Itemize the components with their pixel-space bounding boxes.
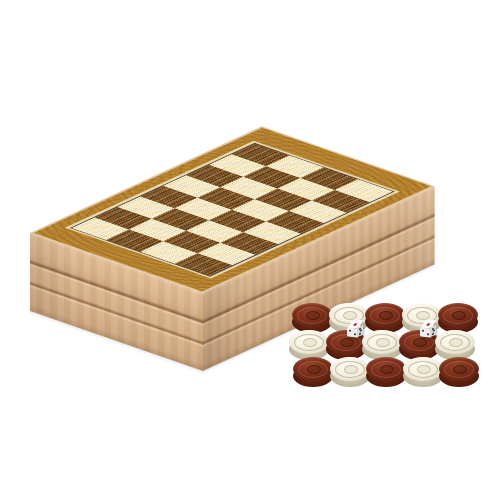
- checker-center-dimple: [303, 338, 317, 347]
- die-front-face: [347, 327, 358, 337]
- checker-center-dimple: [453, 365, 467, 374]
- checker-center-dimple: [343, 311, 357, 320]
- die-right-face: [430, 325, 436, 337]
- checker-center-dimple: [306, 311, 320, 320]
- product-image-backgammon-set: [0, 0, 500, 500]
- checker-center-dimple: [380, 365, 394, 374]
- checker-center-dimple: [344, 365, 358, 374]
- checker-center-dimple: [376, 338, 390, 347]
- checker-center-dimple: [452, 311, 466, 320]
- checker-center-dimple: [449, 338, 463, 347]
- white-die-1: [346, 320, 364, 338]
- checker-center-dimple: [307, 365, 321, 374]
- checker-center-dimple: [413, 338, 427, 347]
- white-checker: [403, 357, 443, 388]
- white-checker: [330, 357, 370, 388]
- die-right-face: [357, 325, 363, 337]
- checker-center-dimple: [379, 311, 393, 320]
- brown-checker: [293, 357, 333, 388]
- die-front-face: [420, 327, 431, 337]
- red-pip: [426, 323, 431, 326]
- checker-center-dimple: [340, 338, 354, 347]
- white-die-2: [419, 320, 437, 338]
- checker-center-dimple: [416, 311, 430, 320]
- brown-checker: [366, 357, 406, 388]
- checker-center-dimple: [417, 365, 431, 374]
- red-pip: [353, 323, 358, 326]
- checkers-and-dice-tray: [0, 0, 500, 500]
- brown-checker: [439, 357, 479, 388]
